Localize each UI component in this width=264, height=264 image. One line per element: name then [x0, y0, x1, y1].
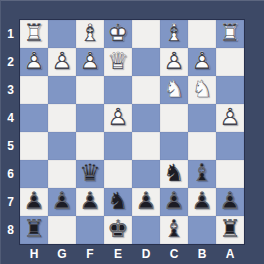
square-b4[interactable] — [188, 104, 216, 132]
square-e3[interactable] — [104, 76, 132, 104]
square-a8[interactable]: ♜♖ — [216, 216, 244, 244]
piece-black-pawn[interactable]: ♟♙ — [160, 188, 188, 216]
square-g7[interactable]: ♟♙ — [48, 188, 76, 216]
piece-black-knight[interactable]: ♞♘ — [160, 160, 188, 188]
square-b8[interactable] — [188, 216, 216, 244]
square-g6[interactable] — [48, 160, 76, 188]
rank-label-1: 1 — [1, 20, 20, 48]
piece-white-rook[interactable]: ♜♖ — [20, 20, 48, 48]
square-e2[interactable]: ♛♕ — [104, 48, 132, 76]
square-a1[interactable]: ♜♖ — [216, 20, 244, 48]
square-e8[interactable]: ♚♔ — [104, 216, 132, 244]
square-a3[interactable] — [216, 76, 244, 104]
rank-label-4: 4 — [1, 104, 20, 132]
file-label-g: G — [48, 244, 76, 264]
piece-white-queen[interactable]: ♛♕ — [104, 48, 132, 76]
square-c4[interactable] — [160, 104, 188, 132]
square-c1[interactable]: ♝♗ — [160, 20, 188, 48]
piece-white-pawn[interactable]: ♟♙ — [20, 48, 48, 76]
piece-black-pawn[interactable]: ♟♙ — [216, 188, 244, 216]
piece-black-queen[interactable]: ♛♕ — [76, 160, 104, 188]
piece-white-pawn[interactable]: ♟♙ — [216, 104, 244, 132]
piece-black-rook[interactable]: ♜♖ — [216, 216, 244, 244]
rank-label-3: 3 — [1, 76, 20, 104]
square-b1[interactable] — [188, 20, 216, 48]
square-c2[interactable]: ♟♙ — [160, 48, 188, 76]
rank-label-8: 8 — [1, 216, 20, 244]
rank-label-6: 6 — [1, 160, 20, 188]
piece-white-pawn[interactable]: ♟♙ — [48, 48, 76, 76]
square-f7[interactable]: ♟♙ — [76, 188, 104, 216]
square-d5[interactable] — [132, 132, 160, 160]
square-a7[interactable]: ♟♙ — [216, 188, 244, 216]
file-label-f: F — [76, 244, 104, 264]
piece-black-rook[interactable]: ♜♖ — [20, 216, 48, 244]
piece-white-bishop[interactable]: ♝♗ — [160, 20, 188, 48]
file-label-b: B — [188, 244, 216, 264]
square-d6[interactable] — [132, 160, 160, 188]
square-g3[interactable] — [48, 76, 76, 104]
rank-labels: 1 2 3 4 5 6 7 8 — [1, 20, 20, 244]
square-h4[interactable] — [20, 104, 48, 132]
square-e7[interactable]: ♞♘ — [104, 188, 132, 216]
square-c3[interactable]: ♞♘ — [160, 76, 188, 104]
file-label-c: C — [160, 244, 188, 264]
piece-white-pawn[interactable]: ♟♙ — [104, 104, 132, 132]
piece-white-pawn[interactable]: ♟♙ — [76, 48, 104, 76]
square-f8[interactable] — [76, 216, 104, 244]
square-b2[interactable]: ♟♙ — [188, 48, 216, 76]
square-e6[interactable] — [104, 160, 132, 188]
piece-white-bishop[interactable]: ♝♗ — [76, 20, 104, 48]
square-d1[interactable] — [132, 20, 160, 48]
square-g8[interactable] — [48, 216, 76, 244]
square-h6[interactable] — [20, 160, 48, 188]
square-g4[interactable] — [48, 104, 76, 132]
square-e5[interactable] — [104, 132, 132, 160]
chess-board: ♜♖♝♗♚♔♝♗♜♖♟♙♟♙♟♙♛♕♟♙♟♙♞♘♞♘♟♙♟♙♛♕♞♘♝♗♟♙♟♙… — [20, 20, 244, 244]
rank-label-2: 2 — [1, 48, 20, 76]
square-b6[interactable]: ♝♗ — [188, 160, 216, 188]
square-a2[interactable] — [216, 48, 244, 76]
piece-black-king[interactable]: ♚♔ — [104, 216, 132, 244]
piece-black-pawn[interactable]: ♟♙ — [20, 188, 48, 216]
rank-label-7: 7 — [1, 188, 20, 216]
square-c8[interactable]: ♝♗ — [160, 216, 188, 244]
piece-white-rook[interactable]: ♜♖ — [216, 20, 244, 48]
piece-black-bishop[interactable]: ♝♗ — [160, 216, 188, 244]
piece-black-knight[interactable]: ♞♘ — [104, 188, 132, 216]
square-h2[interactable]: ♟♙ — [20, 48, 48, 76]
rank-label-5: 5 — [1, 132, 20, 160]
piece-black-pawn[interactable]: ♟♙ — [76, 188, 104, 216]
piece-black-pawn[interactable]: ♟♙ — [132, 188, 160, 216]
square-f5[interactable] — [76, 132, 104, 160]
square-h3[interactable] — [20, 76, 48, 104]
square-h7[interactable]: ♟♙ — [20, 188, 48, 216]
square-c5[interactable] — [160, 132, 188, 160]
square-d2[interactable] — [132, 48, 160, 76]
piece-black-pawn[interactable]: ♟♙ — [188, 188, 216, 216]
file-label-d: D — [132, 244, 160, 264]
file-label-a: A — [216, 244, 244, 264]
square-c7[interactable]: ♟♙ — [160, 188, 188, 216]
square-e4[interactable]: ♟♙ — [104, 104, 132, 132]
file-labels: H G F E D C B A — [20, 244, 244, 264]
piece-white-knight[interactable]: ♞♘ — [188, 76, 216, 104]
square-e1[interactable]: ♚♔ — [104, 20, 132, 48]
piece-white-knight[interactable]: ♞♘ — [160, 76, 188, 104]
square-g5[interactable] — [48, 132, 76, 160]
square-f4[interactable] — [76, 104, 104, 132]
square-d8[interactable] — [132, 216, 160, 244]
square-d3[interactable] — [132, 76, 160, 104]
square-d7[interactable]: ♟♙ — [132, 188, 160, 216]
square-d4[interactable] — [132, 104, 160, 132]
board-frame: 1 2 3 4 5 6 7 8 ♜♖♝♗♚♔♝♗♜♖♟♙♟♙♟♙♛♕♟♙♟♙♞♘… — [0, 0, 264, 264]
piece-black-bishop[interactable]: ♝♗ — [188, 160, 216, 188]
square-f3[interactable] — [76, 76, 104, 104]
square-f2[interactable]: ♟♙ — [76, 48, 104, 76]
square-a5[interactable] — [216, 132, 244, 160]
square-f1[interactable]: ♝♗ — [76, 20, 104, 48]
square-g1[interactable] — [48, 20, 76, 48]
file-label-e: E — [104, 244, 132, 264]
square-b5[interactable] — [188, 132, 216, 160]
square-a6[interactable] — [216, 160, 244, 188]
square-a4[interactable]: ♟♙ — [216, 104, 244, 132]
square-c6[interactable]: ♞♘ — [160, 160, 188, 188]
square-b7[interactable]: ♟♙ — [188, 188, 216, 216]
square-h5[interactable] — [20, 132, 48, 160]
file-label-h: H — [20, 244, 48, 264]
square-f6[interactable]: ♛♕ — [76, 160, 104, 188]
square-g2[interactable]: ♟♙ — [48, 48, 76, 76]
square-h1[interactable]: ♜♖ — [20, 20, 48, 48]
square-h8[interactable]: ♜♖ — [20, 216, 48, 244]
piece-white-king[interactable]: ♚♔ — [104, 20, 132, 48]
square-b3[interactable]: ♞♘ — [188, 76, 216, 104]
piece-white-pawn[interactable]: ♟♙ — [160, 48, 188, 76]
piece-black-pawn[interactable]: ♟♙ — [48, 188, 76, 216]
piece-white-pawn[interactable]: ♟♙ — [188, 48, 216, 76]
